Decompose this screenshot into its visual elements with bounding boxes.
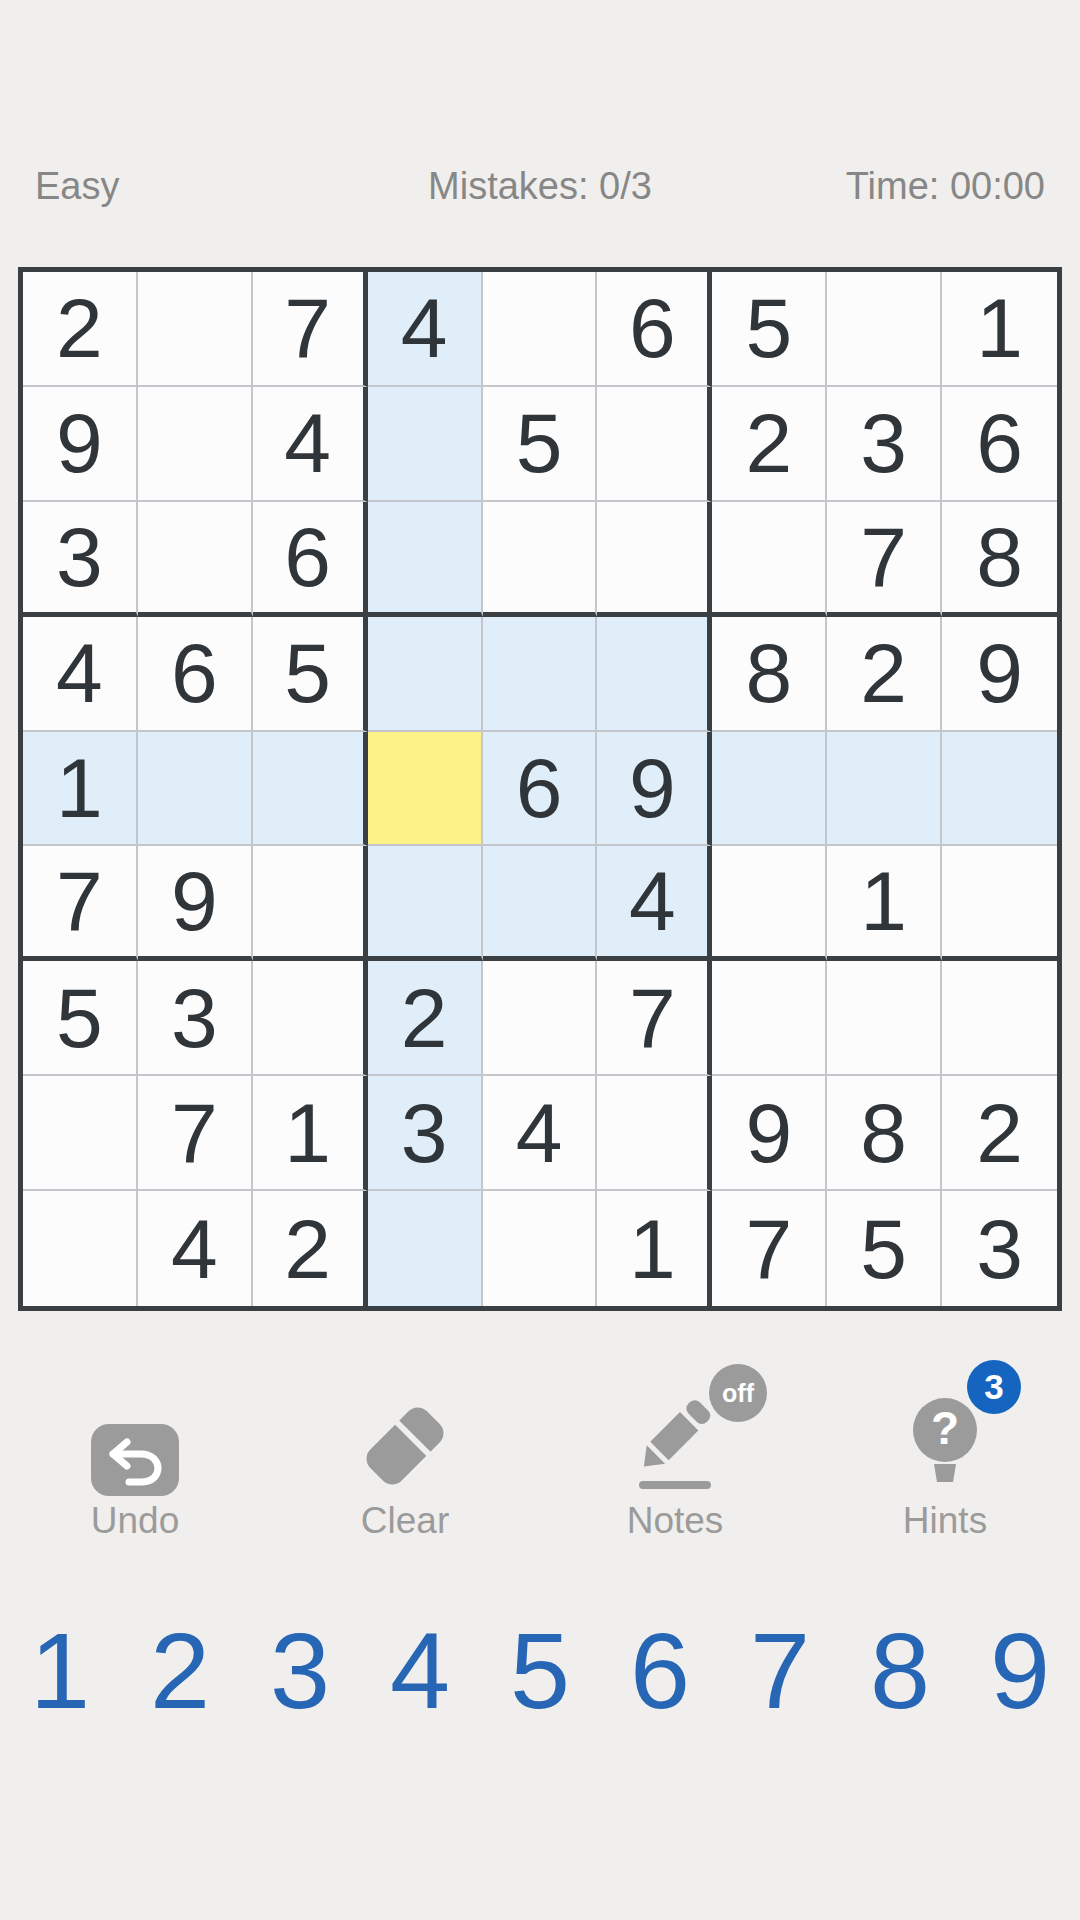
- sudoku-cell-r2c1[interactable]: 9: [23, 387, 138, 502]
- sudoku-cell-r3c7[interactable]: [712, 502, 827, 617]
- status-bar: Easy Mistakes: 0/3 Time: 00:00: [35, 165, 1045, 208]
- sudoku-cell-r2c3[interactable]: 4: [253, 387, 368, 502]
- undo-label: Undo: [91, 1500, 179, 1542]
- number-pad: 123456789: [0, 1596, 1080, 1746]
- sudoku-cell-r9c4[interactable]: [368, 1191, 483, 1306]
- sudoku-cell-r7c3[interactable]: [253, 961, 368, 1076]
- sudoku-cell-r5c6[interactable]: 9: [597, 732, 712, 847]
- sudoku-cell-r4c2[interactable]: 6: [138, 617, 253, 732]
- sudoku-cell-r9c7[interactable]: 7: [712, 1191, 827, 1306]
- sudoku-cell-r7c4[interactable]: 2: [368, 961, 483, 1076]
- sudoku-cell-r4c8[interactable]: 2: [827, 617, 942, 732]
- sudoku-cell-r4c6[interactable]: [597, 617, 712, 732]
- undo-button[interactable]: Undo: [0, 1380, 270, 1550]
- sudoku-cell-r5c8[interactable]: [827, 732, 942, 847]
- sudoku-cell-r3c6[interactable]: [597, 502, 712, 617]
- sudoku-cell-r1c9[interactable]: 1: [942, 272, 1057, 387]
- numpad-key-7[interactable]: 7: [720, 1596, 840, 1746]
- sudoku-cell-r7c2[interactable]: 3: [138, 961, 253, 1076]
- eraser-icon: [353, 1380, 457, 1498]
- sudoku-cell-r8c9[interactable]: 2: [942, 1076, 1057, 1191]
- clear-button[interactable]: Clear: [270, 1380, 540, 1550]
- sudoku-cell-r1c1[interactable]: 2: [23, 272, 138, 387]
- sudoku-cell-r1c3[interactable]: 7: [253, 272, 368, 387]
- sudoku-cell-r7c6[interactable]: 7: [597, 961, 712, 1076]
- sudoku-cell-r9c6[interactable]: 1: [597, 1191, 712, 1306]
- sudoku-cell-r4c4[interactable]: [368, 617, 483, 732]
- sudoku-cell-r3c9[interactable]: 8: [942, 502, 1057, 617]
- sudoku-cell-r5c4[interactable]: [368, 732, 483, 847]
- clear-label: Clear: [361, 1500, 449, 1542]
- sudoku-cell-r1c2[interactable]: [138, 272, 253, 387]
- sudoku-cell-r8c7[interactable]: 9: [712, 1076, 827, 1191]
- sudoku-cell-r5c9[interactable]: [942, 732, 1057, 847]
- hints-button[interactable]: ? 3 Hints: [810, 1380, 1080, 1550]
- sudoku-cell-r6c1[interactable]: 7: [23, 846, 138, 961]
- sudoku-cell-r3c8[interactable]: 7: [827, 502, 942, 617]
- sudoku-cell-r5c2[interactable]: [138, 732, 253, 847]
- undo-icon: [89, 1380, 181, 1498]
- sudoku-cell-r8c1[interactable]: [23, 1076, 138, 1191]
- sudoku-cell-r1c4[interactable]: 4: [368, 272, 483, 387]
- sudoku-cell-r5c1[interactable]: 1: [23, 732, 138, 847]
- sudoku-cell-r1c6[interactable]: 6: [597, 272, 712, 387]
- sudoku-cell-r7c9[interactable]: [942, 961, 1057, 1076]
- hints-count-badge: 3: [967, 1360, 1021, 1414]
- sudoku-cell-r1c7[interactable]: 5: [712, 272, 827, 387]
- sudoku-cell-r5c7[interactable]: [712, 732, 827, 847]
- sudoku-cell-r2c4[interactable]: [368, 387, 483, 502]
- sudoku-cell-r3c3[interactable]: 6: [253, 502, 368, 617]
- sudoku-cell-r2c7[interactable]: 2: [712, 387, 827, 502]
- sudoku-cell-r8c3[interactable]: 1: [253, 1076, 368, 1191]
- sudoku-cell-r4c7[interactable]: 8: [712, 617, 827, 732]
- numpad-key-5[interactable]: 5: [480, 1596, 600, 1746]
- sudoku-cell-r3c4[interactable]: [368, 502, 483, 617]
- sudoku-cell-r5c5[interactable]: 6: [483, 732, 598, 847]
- sudoku-cell-r6c4[interactable]: [368, 846, 483, 961]
- sudoku-cell-r8c5[interactable]: 4: [483, 1076, 598, 1191]
- svg-text:?: ?: [931, 1402, 959, 1454]
- pencil-icon: off: [617, 1380, 733, 1498]
- numpad-key-4[interactable]: 4: [360, 1596, 480, 1746]
- numpad-key-9[interactable]: 9: [960, 1596, 1080, 1746]
- sudoku-cell-r6c6[interactable]: 4: [597, 846, 712, 961]
- sudoku-cell-r9c3[interactable]: 2: [253, 1191, 368, 1306]
- sudoku-cell-r3c5[interactable]: [483, 502, 598, 617]
- sudoku-cell-r2c6[interactable]: [597, 387, 712, 502]
- sudoku-cell-r2c9[interactable]: 6: [942, 387, 1057, 502]
- sudoku-cell-r3c1[interactable]: 3: [23, 502, 138, 617]
- sudoku-cell-r6c2[interactable]: 9: [138, 846, 253, 961]
- sudoku-cell-r2c8[interactable]: 3: [827, 387, 942, 502]
- sudoku-cell-r3c2[interactable]: [138, 502, 253, 617]
- sudoku-cell-r8c2[interactable]: 7: [138, 1076, 253, 1191]
- sudoku-cell-r7c5[interactable]: [483, 961, 598, 1076]
- sudoku-cell-r9c2[interactable]: 4: [138, 1191, 253, 1306]
- sudoku-cell-r6c8[interactable]: 1: [827, 846, 942, 961]
- sudoku-cell-r9c5[interactable]: [483, 1191, 598, 1306]
- sudoku-cell-r2c2[interactable]: [138, 387, 253, 502]
- sudoku-cell-r4c1[interactable]: 4: [23, 617, 138, 732]
- sudoku-cell-r6c9[interactable]: [942, 846, 1057, 961]
- sudoku-cell-r4c3[interactable]: 5: [253, 617, 368, 732]
- sudoku-cell-r6c3[interactable]: [253, 846, 368, 961]
- sudoku-cell-r4c9[interactable]: 9: [942, 617, 1057, 732]
- sudoku-cell-r4c5[interactable]: [483, 617, 598, 732]
- sudoku-cell-r9c9[interactable]: 3: [942, 1191, 1057, 1306]
- sudoku-cell-r7c1[interactable]: 5: [23, 961, 138, 1076]
- notes-off-badge: off: [709, 1364, 767, 1422]
- sudoku-cell-r7c7[interactable]: [712, 961, 827, 1076]
- mistakes-counter: Mistakes: 0/3: [35, 165, 1045, 208]
- sudoku-cell-r1c5[interactable]: [483, 272, 598, 387]
- numpad-key-1[interactable]: 1: [0, 1596, 120, 1746]
- notes-label: Notes: [627, 1500, 724, 1542]
- hints-label: Hints: [903, 1500, 987, 1542]
- sudoku-cell-r9c1[interactable]: [23, 1191, 138, 1306]
- sudoku-cell-r8c6[interactable]: [597, 1076, 712, 1191]
- notes-button[interactable]: off Notes: [540, 1380, 810, 1550]
- hint-bulb-icon: ? 3: [895, 1380, 995, 1498]
- sudoku-cell-r6c7[interactable]: [712, 846, 827, 961]
- sudoku-cell-r2c5[interactable]: 5: [483, 387, 598, 502]
- sudoku-board: 2746519452363678465829169794153277134982…: [18, 267, 1062, 1311]
- sudoku-cell-r8c4[interactable]: 3: [368, 1076, 483, 1191]
- sudoku-cell-r7c8[interactable]: [827, 961, 942, 1076]
- sudoku-cell-r9c8[interactable]: 5: [827, 1191, 942, 1306]
- numpad-key-8[interactable]: 8: [840, 1596, 960, 1746]
- numpad-key-2[interactable]: 2: [120, 1596, 240, 1746]
- numpad-key-6[interactable]: 6: [600, 1596, 720, 1746]
- numpad-key-3[interactable]: 3: [240, 1596, 360, 1746]
- sudoku-cell-r1c8[interactable]: [827, 272, 942, 387]
- toolbar: Undo Clear off Notes: [0, 1380, 1080, 1550]
- sudoku-cell-r6c5[interactable]: [483, 846, 598, 961]
- sudoku-cell-r5c3[interactable]: [253, 732, 368, 847]
- sudoku-cell-r8c8[interactable]: 8: [827, 1076, 942, 1191]
